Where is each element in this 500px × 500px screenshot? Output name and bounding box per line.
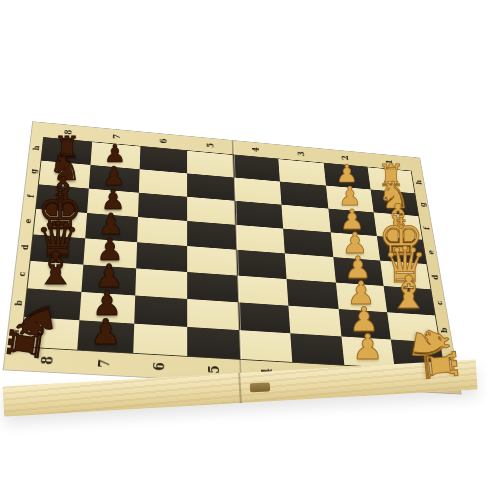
black-bishop-c8: ♝	[35, 245, 76, 291]
white-bishop-c1: ♝	[389, 269, 430, 315]
white-pawn-a2: ♟	[352, 331, 383, 366]
white-rook-a1: ♜	[417, 344, 464, 387]
black-pawn-a7: ♟	[90, 316, 121, 351]
scene: 87654321 87654321 hgfedcba hgfedcba ♜♞♝♛…	[0, 0, 500, 500]
black-rook-a8: ♜	[2, 322, 50, 366]
pieces-layer: ♜♞♝♛♚♝♞♜♟♟♟♟♟♟♟♟♟♟♟♟♟♟♟♟♜♞♝♛♚♝♞♜	[0, 0, 500, 500]
